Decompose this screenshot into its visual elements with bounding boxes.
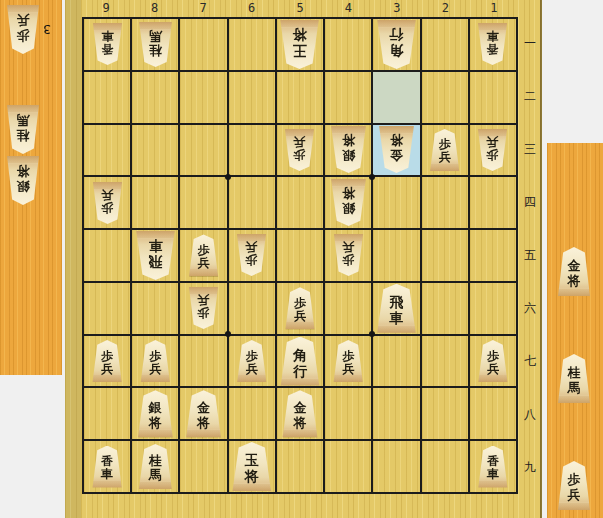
koma-fu-sente[interactable]: 歩兵 <box>188 234 219 276</box>
square-53[interactable]: 歩兵 <box>277 125 323 176</box>
koma-kanji: 歩兵 <box>198 244 210 270</box>
koma-kanji: 銀将 <box>342 186 355 216</box>
square-24[interactable] <box>422 177 468 228</box>
rank-label-2: 二 <box>520 89 540 104</box>
koma-kanji: 角行 <box>389 27 403 59</box>
koma-kyo-sente[interactable]: 香車 <box>92 446 123 488</box>
koma-kanji: 飛車 <box>148 238 162 270</box>
square-68[interactable] <box>229 388 275 439</box>
square-64[interactable] <box>229 177 275 228</box>
square-55[interactable] <box>277 230 323 281</box>
square-92[interactable] <box>84 72 130 123</box>
square-57[interactable]: 角行 <box>277 336 323 387</box>
square-82[interactable] <box>132 72 178 123</box>
koma-fu-gote[interactable]: 歩兵 <box>477 129 508 171</box>
koma-fu-sente[interactable]: 歩兵 <box>477 340 508 382</box>
square-21[interactable] <box>422 19 468 70</box>
hoshi-dot-icon <box>369 331 375 337</box>
hand-piece-fu-sente[interactable]: 歩兵 <box>557 461 591 510</box>
koma-kanji: 金将 <box>293 400 306 430</box>
hand-piece-fu-gote[interactable]: 3歩兵 <box>6 5 52 54</box>
hoshi-dot-icon <box>369 174 375 180</box>
koma-hisha-gote[interactable]: 飛車 <box>135 231 176 280</box>
square-29[interactable] <box>422 441 468 492</box>
square-56[interactable]: 歩兵 <box>277 283 323 334</box>
square-77[interactable] <box>180 336 226 387</box>
koma-kanji: 角行 <box>293 347 307 379</box>
koma-fu-gote[interactable]: 歩兵 <box>284 129 315 171</box>
koma-kanji: 歩兵 <box>246 241 258 267</box>
square-84[interactable] <box>132 177 178 228</box>
koma-kanji: 歩兵 <box>294 297 306 323</box>
square-79[interactable] <box>180 441 226 492</box>
square-98[interactable] <box>84 388 130 439</box>
file-label-5: 5 <box>290 1 310 15</box>
hand-piece-count: 3 <box>42 22 52 37</box>
square-96[interactable] <box>84 283 130 334</box>
koma-kyo-sente[interactable]: 香車 <box>477 446 508 488</box>
square-35[interactable] <box>373 230 419 281</box>
square-37[interactable] <box>373 336 419 387</box>
square-72[interactable] <box>180 72 226 123</box>
rank-label-8: 八 <box>520 407 540 422</box>
koma-kanji: 桂馬 <box>17 113 30 143</box>
square-88[interactable]: 銀将 <box>132 388 178 439</box>
koma-fu-gote[interactable]: 歩兵 <box>188 287 219 329</box>
koma-kanji: 飛車 <box>389 294 403 326</box>
koma-gin-sente[interactable]: 銀将 <box>137 390 174 437</box>
square-54[interactable] <box>277 177 323 228</box>
square-94[interactable]: 歩兵 <box>84 177 130 228</box>
square-73[interactable] <box>180 125 226 176</box>
koma-fu-sente[interactable]: 歩兵 <box>236 340 267 382</box>
koma-kanji: 銀将 <box>342 133 355 163</box>
square-41[interactable] <box>325 19 371 70</box>
koma-kei-sente[interactable]: 桂馬 <box>138 444 173 489</box>
hoshi-dot-icon <box>225 331 231 337</box>
square-39[interactable] <box>373 441 419 492</box>
square-71[interactable] <box>180 19 226 70</box>
koma-kyo-gote[interactable]: 香車 <box>477 23 508 65</box>
koma-gin-gote[interactable]: 銀将 <box>330 179 367 226</box>
file-label-1: 1 <box>484 1 504 15</box>
file-label-4: 4 <box>338 1 358 15</box>
square-52[interactable] <box>277 72 323 123</box>
square-14[interactable] <box>470 177 516 228</box>
koma-fu-sente[interactable]: 歩兵 <box>140 340 171 382</box>
square-91[interactable]: 香車 <box>84 19 130 70</box>
hand-piece-gin-gote[interactable]: 銀将 <box>6 156 40 205</box>
square-23[interactable]: 歩兵 <box>422 125 468 176</box>
koma-fu-gote[interactable]: 歩兵 <box>236 234 267 276</box>
koma-kanji: 桂馬 <box>149 29 162 57</box>
koma-kanji: 金将 <box>390 133 403 163</box>
koma-kanji: 金将 <box>568 258 581 288</box>
square-16[interactable] <box>470 283 516 334</box>
koma-fu-sente[interactable]: 歩兵 <box>284 287 315 329</box>
koma-fu-gote[interactable]: 歩兵 <box>333 234 364 276</box>
hoshi-dot-icon <box>225 174 231 180</box>
koma-kyo-gote[interactable]: 香車 <box>92 23 123 65</box>
file-label-7: 7 <box>193 1 213 15</box>
koma-kanji: 歩兵 <box>439 138 451 164</box>
koma-kanji: 桂馬 <box>149 454 162 482</box>
square-87[interactable]: 歩兵 <box>132 336 178 387</box>
koma-kanji: 歩兵 <box>246 350 258 376</box>
square-33[interactable]: 金将 <box>373 125 419 176</box>
rank-label-1: 一 <box>520 36 540 51</box>
koma-kanji: 歩兵 <box>198 294 210 320</box>
square-61[interactable] <box>229 19 275 70</box>
gote-captured-tray: 3歩兵桂馬銀将 <box>0 0 62 375</box>
koma-kaku-sente[interactable]: 角行 <box>279 337 320 386</box>
square-62[interactable] <box>229 72 275 123</box>
koma-fu-sente[interactable]: 歩兵 <box>6 5 40 54</box>
file-label-3: 3 <box>387 1 407 15</box>
square-36[interactable]: 飛車 <box>373 283 419 334</box>
square-49[interactable] <box>325 441 371 492</box>
square-31[interactable]: 角行 <box>373 19 419 70</box>
square-59[interactable] <box>277 441 323 492</box>
square-81[interactable]: 桂馬 <box>132 19 178 70</box>
file-label-2: 2 <box>435 1 455 15</box>
sente-captured-tray: 金将桂馬歩兵 <box>547 143 603 518</box>
square-18[interactable] <box>470 388 516 439</box>
koma-kanji: 歩兵 <box>487 135 499 161</box>
koma-gyoku-sente[interactable]: 玉将 <box>231 442 272 491</box>
square-26[interactable] <box>422 283 468 334</box>
square-34[interactable] <box>373 177 419 228</box>
koma-kanji: 歩兵 <box>101 188 113 214</box>
square-28[interactable] <box>422 388 468 439</box>
koma-kanji: 銀将 <box>149 400 162 430</box>
square-11[interactable]: 香車 <box>470 19 516 70</box>
square-67[interactable]: 歩兵 <box>229 336 275 387</box>
square-27[interactable] <box>422 336 468 387</box>
koma-fu-gote[interactable]: 歩兵 <box>92 182 123 224</box>
square-42[interactable] <box>325 72 371 123</box>
koma-kanji: 金将 <box>197 400 210 430</box>
koma-kei-gote[interactable]: 桂馬 <box>138 22 173 67</box>
koma-fu-sente[interactable]: 歩兵 <box>557 461 591 510</box>
koma-kanji: 歩兵 <box>487 350 499 376</box>
square-65[interactable]: 歩兵 <box>229 230 275 281</box>
square-15[interactable] <box>470 230 516 281</box>
koma-kanji: 香車 <box>487 455 499 481</box>
square-19[interactable]: 香車 <box>470 441 516 492</box>
square-89[interactable]: 桂馬 <box>132 441 178 492</box>
square-69[interactable]: 玉将 <box>229 441 275 492</box>
square-47[interactable]: 歩兵 <box>325 336 371 387</box>
koma-gin-sente[interactable]: 銀将 <box>6 156 40 205</box>
square-99[interactable]: 香車 <box>84 441 130 492</box>
koma-kanji: 香車 <box>101 30 113 56</box>
square-51[interactable]: 王将 <box>277 19 323 70</box>
square-38[interactable] <box>373 388 419 439</box>
koma-kanji: 歩兵 <box>568 472 581 502</box>
hand-piece-kei-sente[interactable]: 桂馬 <box>557 354 591 403</box>
square-58[interactable]: 金将 <box>277 388 323 439</box>
rank-label-7: 七 <box>520 354 540 369</box>
square-17[interactable]: 歩兵 <box>470 336 516 387</box>
square-32[interactable] <box>373 72 419 123</box>
koma-hisha-sente[interactable]: 飛車 <box>376 284 417 333</box>
square-83[interactable] <box>132 125 178 176</box>
koma-kin-gote[interactable]: 金将 <box>378 126 415 173</box>
koma-kanji: 歩兵 <box>101 350 113 376</box>
koma-fu-sente[interactable]: 歩兵 <box>333 340 364 382</box>
board-grid: 香車桂馬王将角行香車歩兵銀将金将歩兵歩兵歩兵銀将飛車歩兵歩兵歩兵歩兵歩兵飛車歩兵… <box>82 17 518 494</box>
square-76[interactable]: 歩兵 <box>180 283 226 334</box>
hand-piece-kei-gote[interactable]: 桂馬 <box>6 105 40 154</box>
koma-kanji: 香車 <box>487 30 499 56</box>
koma-kin-sente[interactable]: 金将 <box>557 247 591 296</box>
square-75[interactable]: 歩兵 <box>180 230 226 281</box>
square-93[interactable] <box>84 125 130 176</box>
koma-fu-sente[interactable]: 歩兵 <box>92 340 123 382</box>
rank-label-3: 三 <box>520 142 540 157</box>
rank-label-5: 五 <box>520 248 540 263</box>
square-78[interactable]: 金将 <box>180 388 226 439</box>
square-97[interactable]: 歩兵 <box>84 336 130 387</box>
square-45[interactable]: 歩兵 <box>325 230 371 281</box>
koma-kanji: 歩兵 <box>17 13 30 43</box>
koma-kin-sente[interactable]: 金将 <box>281 390 318 437</box>
file-label-8: 8 <box>145 1 165 15</box>
koma-kei-sente[interactable]: 桂馬 <box>6 105 40 154</box>
square-12[interactable] <box>470 72 516 123</box>
file-label-9: 9 <box>96 1 116 15</box>
koma-kaku-gote[interactable]: 角行 <box>376 20 417 69</box>
hand-piece-kin-sente[interactable]: 金将 <box>557 247 591 296</box>
square-46[interactable] <box>325 283 371 334</box>
square-63[interactable] <box>229 125 275 176</box>
square-95[interactable] <box>84 230 130 281</box>
square-25[interactable] <box>422 230 468 281</box>
rank-label-9: 九 <box>520 460 540 475</box>
square-13[interactable]: 歩兵 <box>470 125 516 176</box>
koma-kin-sente[interactable]: 金将 <box>185 390 222 437</box>
shogi-board: 987654321 一二三四五六七八九 香車桂馬王将角行香車歩兵銀将金将歩兵歩兵… <box>65 0 542 518</box>
koma-kanji: 歩兵 <box>342 241 354 267</box>
square-66[interactable] <box>229 283 275 334</box>
koma-kanji: 歩兵 <box>294 135 306 161</box>
square-85[interactable]: 飛車 <box>132 230 178 281</box>
koma-kanji: 歩兵 <box>342 350 354 376</box>
koma-fu-sente[interactable]: 歩兵 <box>429 129 460 171</box>
koma-gin-gote[interactable]: 銀将 <box>330 126 367 173</box>
koma-kanji: 玉将 <box>245 452 259 484</box>
koma-kanji: 香車 <box>101 455 113 481</box>
square-86[interactable] <box>132 283 178 334</box>
square-43[interactable]: 銀将 <box>325 125 371 176</box>
rank-label-6: 六 <box>520 301 540 316</box>
file-label-6: 6 <box>242 1 262 15</box>
square-22[interactable] <box>422 72 468 123</box>
square-44[interactable]: 銀将 <box>325 177 371 228</box>
rank-label-4: 四 <box>520 195 540 210</box>
square-48[interactable] <box>325 388 371 439</box>
koma-kei-sente[interactable]: 桂馬 <box>557 354 591 403</box>
koma-kanji: 歩兵 <box>149 350 161 376</box>
koma-kanji: 銀将 <box>17 164 30 194</box>
koma-kanji: 王将 <box>293 27 307 59</box>
square-74[interactable] <box>180 177 226 228</box>
koma-ou-gote[interactable]: 王将 <box>279 20 320 69</box>
koma-kanji: 桂馬 <box>568 365 581 395</box>
